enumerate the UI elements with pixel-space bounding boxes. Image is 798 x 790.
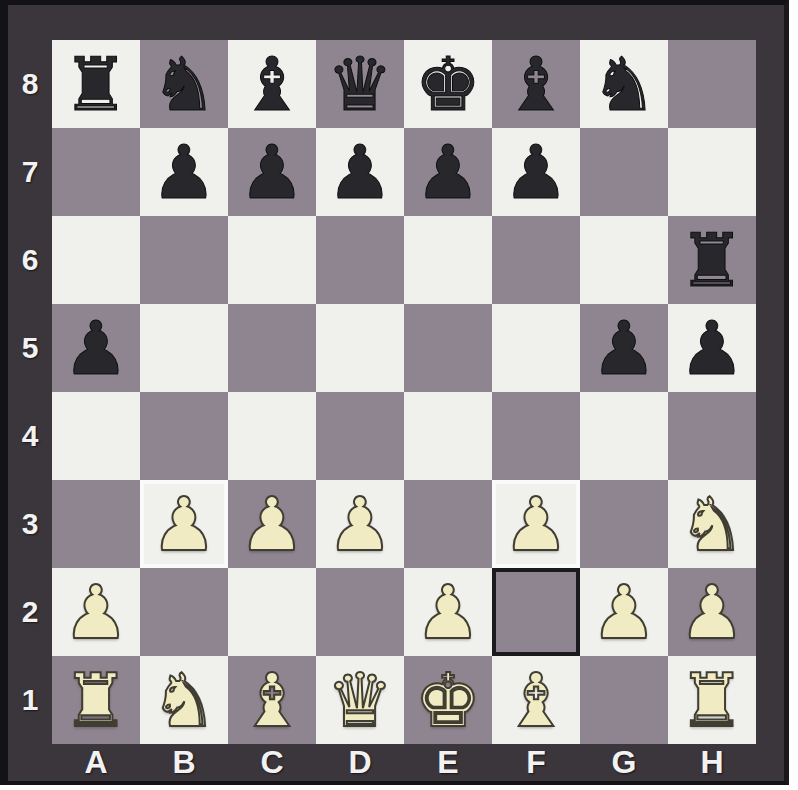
square-d8[interactable]: ♛: [316, 40, 404, 128]
piece-black-pawn[interactable]: ♟: [679, 304, 745, 392]
piece-black-pawn[interactable]: ♟: [503, 128, 569, 216]
square-g2[interactable]: ♟: [580, 568, 668, 656]
square-c6[interactable]: [228, 216, 316, 304]
piece-black-bishop[interactable]: ♝: [503, 40, 569, 128]
square-a8[interactable]: ♜: [52, 40, 140, 128]
piece-black-knight[interactable]: ♞: [591, 40, 657, 128]
square-f2[interactable]: [492, 568, 580, 656]
piece-white-rook[interactable]: ♜: [63, 656, 129, 744]
square-h4[interactable]: [668, 392, 756, 480]
piece-white-bishop[interactable]: ♝: [239, 656, 305, 744]
square-e1[interactable]: ♚: [404, 656, 492, 744]
rank-label-7: 7: [8, 128, 52, 216]
square-e2[interactable]: ♟: [404, 568, 492, 656]
piece-white-pawn[interactable]: ♟: [503, 480, 569, 568]
square-d7[interactable]: ♟: [316, 128, 404, 216]
file-label-a: A: [52, 744, 140, 780]
piece-white-knight[interactable]: ♞: [679, 480, 745, 568]
piece-black-rook[interactable]: ♜: [63, 40, 129, 128]
piece-white-pawn[interactable]: ♟: [239, 480, 305, 568]
square-a1[interactable]: ♜: [52, 656, 140, 744]
rank-label-5: 5: [8, 304, 52, 392]
piece-black-pawn[interactable]: ♟: [151, 128, 217, 216]
square-e5[interactable]: [404, 304, 492, 392]
square-d6[interactable]: [316, 216, 404, 304]
piece-white-pawn[interactable]: ♟: [591, 568, 657, 656]
square-a6[interactable]: [52, 216, 140, 304]
square-e7[interactable]: ♟: [404, 128, 492, 216]
file-label-d: D: [316, 744, 404, 780]
square-h7[interactable]: [668, 128, 756, 216]
square-f1[interactable]: ♝: [492, 656, 580, 744]
square-c8[interactable]: ♝: [228, 40, 316, 128]
square-g4[interactable]: [580, 392, 668, 480]
square-f8[interactable]: ♝: [492, 40, 580, 128]
square-f7[interactable]: ♟: [492, 128, 580, 216]
piece-black-bishop[interactable]: ♝: [239, 40, 305, 128]
square-b1[interactable]: ♞: [140, 656, 228, 744]
square-h8[interactable]: [668, 40, 756, 128]
piece-black-king[interactable]: ♚: [415, 40, 481, 128]
rank-label-6: 6: [8, 216, 52, 304]
file-label-c: C: [228, 744, 316, 780]
piece-black-pawn[interactable]: ♟: [63, 304, 129, 392]
square-a5[interactable]: ♟: [52, 304, 140, 392]
square-h3[interactable]: ♞: [668, 480, 756, 568]
square-f5[interactable]: [492, 304, 580, 392]
piece-black-rook[interactable]: ♜: [679, 216, 745, 304]
rank-label-8: 8: [8, 40, 52, 128]
rank-label-4: 4: [8, 392, 52, 480]
square-b4[interactable]: [140, 392, 228, 480]
square-g5[interactable]: ♟: [580, 304, 668, 392]
rank-label-2: 2: [8, 568, 52, 656]
square-d5[interactable]: [316, 304, 404, 392]
piece-black-pawn[interactable]: ♟: [327, 128, 393, 216]
square-a2[interactable]: ♟: [52, 568, 140, 656]
square-g1[interactable]: [580, 656, 668, 744]
piece-white-rook[interactable]: ♜: [679, 656, 745, 744]
rank-label-1: 1: [8, 656, 52, 744]
piece-white-queen[interactable]: ♛: [327, 656, 393, 744]
square-g8[interactable]: ♞: [580, 40, 668, 128]
square-h2[interactable]: ♟: [668, 568, 756, 656]
piece-white-knight[interactable]: ♞: [151, 656, 217, 744]
square-g7[interactable]: [580, 128, 668, 216]
piece-white-pawn[interactable]: ♟: [151, 480, 217, 568]
rank-labels: 87654321: [8, 40, 52, 744]
square-a3[interactable]: [52, 480, 140, 568]
piece-white-king[interactable]: ♚: [415, 656, 481, 744]
square-b3[interactable]: ♟: [140, 480, 228, 568]
piece-black-pawn[interactable]: ♟: [591, 304, 657, 392]
square-a7[interactable]: [52, 128, 140, 216]
square-f6[interactable]: [492, 216, 580, 304]
file-label-e: E: [404, 744, 492, 780]
piece-white-bishop[interactable]: ♝: [503, 656, 569, 744]
piece-black-pawn[interactable]: ♟: [239, 128, 305, 216]
piece-black-pawn[interactable]: ♟: [415, 128, 481, 216]
square-b2[interactable]: [140, 568, 228, 656]
square-b8[interactable]: ♞: [140, 40, 228, 128]
square-c1[interactable]: ♝: [228, 656, 316, 744]
chess-board[interactable]: ♜♞♝♛♚♝♞♟♟♟♟♟♜♟♟♟♟♟♟♟♞♟♟♟♟♜♞♝♛♚♝♜: [52, 40, 756, 744]
file-labels: ABCDEFGH: [52, 744, 756, 780]
piece-black-knight[interactable]: ♞: [151, 40, 217, 128]
file-label-h: H: [668, 744, 756, 780]
square-f3[interactable]: ♟: [492, 480, 580, 568]
square-c3[interactable]: ♟: [228, 480, 316, 568]
square-e8[interactable]: ♚: [404, 40, 492, 128]
square-c7[interactable]: ♟: [228, 128, 316, 216]
square-h5[interactable]: ♟: [668, 304, 756, 392]
piece-white-pawn[interactable]: ♟: [415, 568, 481, 656]
rank-label-3: 3: [8, 480, 52, 568]
file-label-b: B: [140, 744, 228, 780]
piece-black-queen[interactable]: ♛: [327, 40, 393, 128]
square-h1[interactable]: ♜: [668, 656, 756, 744]
file-label-f: F: [492, 744, 580, 780]
square-b7[interactable]: ♟: [140, 128, 228, 216]
square-f4[interactable]: [492, 392, 580, 480]
piece-white-pawn[interactable]: ♟: [327, 480, 393, 568]
square-d1[interactable]: ♛: [316, 656, 404, 744]
square-g6[interactable]: [580, 216, 668, 304]
square-e6[interactable]: [404, 216, 492, 304]
square-h6[interactable]: ♜: [668, 216, 756, 304]
file-label-g: G: [580, 744, 668, 780]
square-d3[interactable]: ♟: [316, 480, 404, 568]
square-g3[interactable]: [580, 480, 668, 568]
square-e4[interactable]: [404, 392, 492, 480]
square-b5[interactable]: [140, 304, 228, 392]
square-b6[interactable]: [140, 216, 228, 304]
square-a4[interactable]: [52, 392, 140, 480]
square-c5[interactable]: [228, 304, 316, 392]
square-d4[interactable]: [316, 392, 404, 480]
square-d2[interactable]: [316, 568, 404, 656]
square-e3[interactable]: [404, 480, 492, 568]
square-c4[interactable]: [228, 392, 316, 480]
chess-app: 87654321 ♜♞♝♛♚♝♞♟♟♟♟♟♜♟♟♟♟♟♟♟♞♟♟♟♟♜♞♝♛♚♝…: [0, 0, 798, 790]
piece-white-pawn[interactable]: ♟: [679, 568, 745, 656]
square-c2[interactable]: [228, 568, 316, 656]
piece-white-pawn[interactable]: ♟: [63, 568, 129, 656]
